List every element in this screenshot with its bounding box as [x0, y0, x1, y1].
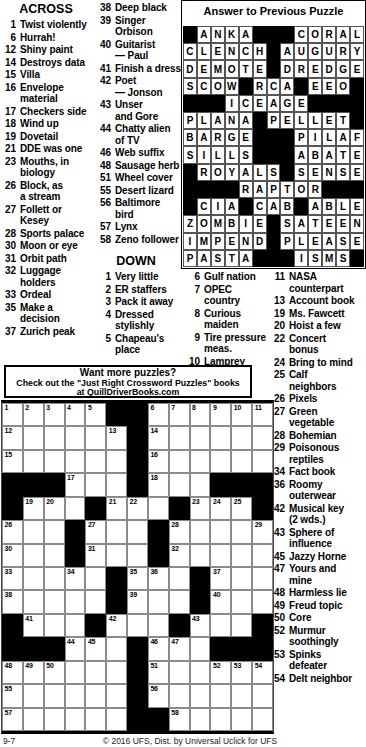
grid-cell-r11c11 [210, 637, 231, 660]
grid-cell-r12c9[interactable] [169, 661, 190, 684]
grid-cell-r10c12[interactable] [231, 614, 252, 637]
answer-cell-r13c5: N [239, 233, 253, 250]
grid-cell-r9c1[interactable]: 38 [2, 590, 23, 613]
grid-cell-r10c7[interactable] [127, 614, 148, 637]
cell-number-18: 18 [150, 474, 157, 482]
cell-number-45: 45 [88, 638, 95, 646]
cell-number-10: 10 [234, 404, 241, 412]
clue-down-right-26: 26Pixels [271, 393, 366, 405]
grid-cell-r9c3[interactable] [44, 590, 65, 613]
grid-cell-r4c4[interactable]: 17 [65, 473, 86, 496]
answer-cell-r6c6 [253, 112, 267, 129]
grid-cell-r10c6[interactable]: 42 [106, 614, 127, 637]
grid-cell-r14c8 [148, 708, 169, 731]
grid-cell-r12c8[interactable]: 51 [148, 661, 169, 684]
answer-cell-r13c6: D [253, 233, 267, 250]
clue-text: Finish a dress [115, 63, 181, 75]
clue-across-continued-38: 38Deep black [97, 2, 181, 14]
grid-cell-r14c5[interactable] [85, 708, 106, 731]
clue-text: Lynx [115, 221, 181, 233]
grid-cell-r13c4[interactable] [65, 684, 86, 707]
grid-cell-r10c3[interactable] [44, 614, 65, 637]
answer-cell-r13c9: L [294, 233, 308, 250]
grid-cell-r12c12[interactable]: 53 [231, 661, 252, 684]
answer-cell-r3c2: E [197, 60, 211, 77]
grid-cell-r2c6[interactable]: 13 [106, 426, 127, 449]
grid-cell-r5c12[interactable]: 25 [231, 497, 252, 520]
grid-cell-r3c13[interactable] [252, 450, 273, 473]
answer-cell-r7c1: B [183, 129, 197, 146]
grid-cell-r9c5[interactable] [85, 590, 106, 613]
grid-cell-r8c13[interactable] [252, 567, 273, 590]
main-crossword-grid[interactable]: 1234567891011121314151617181920212223242… [1, 400, 274, 734]
answer-cell-r2c1: C [183, 43, 197, 60]
grid-cell-r3c8[interactable]: 16 [148, 450, 169, 473]
grid-cell-r13c7 [127, 684, 148, 707]
grid-cell-r14c9[interactable]: 58 [169, 708, 190, 731]
grid-cell-r9c4[interactable] [65, 590, 86, 613]
clue-number: 8 [186, 308, 200, 331]
grid-cell-r3c1[interactable]: 15 [2, 450, 23, 473]
grid-cell-r14c1[interactable]: 57 [2, 708, 23, 731]
grid-cell-r7c6[interactable] [106, 544, 127, 567]
grid-cell-r11c4[interactable]: 44 [65, 637, 86, 660]
grid-cell-r14c10[interactable] [190, 708, 211, 731]
clue-text: Shiny paint [20, 44, 96, 56]
grid-cell-r3c7 [127, 450, 148, 473]
cell-number-42: 42 [109, 615, 116, 623]
grid-cell-r13c3[interactable] [44, 684, 65, 707]
clue-text: Checkers side [20, 106, 96, 118]
clue-down-right-28: 28Bohemian [271, 430, 366, 442]
grid-cell-r8c4[interactable]: 34 [65, 567, 86, 590]
grid-cell-r2c2[interactable] [23, 426, 44, 449]
answer-cell-r4c11: E [322, 78, 336, 95]
clue-number: 21 [2, 143, 16, 155]
grid-cell-r10c5 [85, 614, 106, 637]
answer-cell-r2c9: U [294, 43, 308, 60]
clue-number: 6 [2, 32, 16, 44]
clue-text: Pixels [289, 393, 366, 405]
grid-cell-r12c1[interactable]: 48 [2, 661, 23, 684]
cell-number-58: 58 [171, 709, 178, 717]
grid-cell-r9c2[interactable] [23, 590, 44, 613]
grid-cell-r6c5[interactable]: 27 [85, 520, 106, 543]
grid-cell-r7c13[interactable] [252, 544, 273, 567]
grid-cell-r9c9[interactable] [169, 590, 190, 613]
cell-number-40: 40 [213, 591, 220, 599]
answer-cell-r1c12: A [336, 26, 350, 43]
grid-cell-r12c3[interactable]: 50 [44, 661, 65, 684]
clue-down-right-43: 43Sphere of influence [271, 527, 366, 550]
grid-cell-r11c9[interactable]: 47 [169, 637, 190, 660]
answer-cell-r14c10: S [308, 250, 322, 267]
answer-cell-r8c1: S [183, 146, 197, 163]
grid-cell-r5c11[interactable]: 24 [210, 497, 231, 520]
clue-text: Wheel cover [115, 172, 181, 184]
grid-cell-r11c8[interactable]: 46 [148, 637, 169, 660]
grid-cell-r12c11[interactable]: 52 [210, 661, 231, 684]
grid-cell-r3c12[interactable] [231, 450, 252, 473]
grid-cell-r1c1[interactable]: 1 [2, 403, 23, 426]
cell-number-47: 47 [171, 638, 178, 646]
answer-cell-r11c4: A [225, 198, 239, 215]
answer-cell-r6c11: E [322, 112, 336, 129]
grid-cell-r5c9 [169, 497, 190, 520]
grid-cell-r13c1[interactable]: 55 [2, 684, 23, 707]
grid-cell-r11c3 [44, 637, 65, 660]
answer-cell-r3c1: D [183, 60, 197, 77]
answer-cell-r7c5: E [239, 129, 253, 146]
answer-cell-r7c3: R [211, 129, 225, 146]
clue-across-continued-41: 41Finish a dress [97, 63, 181, 75]
grid-cell-r8c3[interactable] [44, 567, 65, 590]
grid-cell-r8c11[interactable]: 37 [210, 567, 231, 590]
grid-cell-r1c11[interactable]: 9 [210, 403, 231, 426]
grid-cell-r7c3[interactable] [44, 544, 65, 567]
grid-cell-r5c13 [252, 497, 273, 520]
clue-across-continued-46: 46Web suffix [97, 147, 181, 159]
grid-cell-r1c10[interactable]: 8 [190, 403, 211, 426]
answer-cell-r13c1: I [183, 233, 197, 250]
grid-cell-r14c13[interactable] [252, 708, 273, 731]
grid-cell-r6c2[interactable] [23, 520, 44, 543]
grid-cell-r9c11[interactable]: 40 [210, 590, 231, 613]
answer-cell-r4c12: O [336, 78, 350, 95]
clue-across-37: 37Zurich peak [2, 326, 96, 338]
grid-cell-r2c9[interactable] [169, 426, 190, 449]
answer-cell-r5c1 [183, 95, 197, 112]
clue-number: 22 [271, 333, 285, 356]
clue-text: Sausage herb [115, 160, 181, 172]
cell-number-28: 28 [171, 521, 178, 529]
grid-cell-r7c12[interactable] [231, 544, 252, 567]
grid-cell-r2c8[interactable]: 14 [148, 426, 169, 449]
answer-cell-r8c4: L [225, 146, 239, 163]
grid-cell-r5c4[interactable] [65, 497, 86, 520]
grid-cell-r10c8[interactable] [148, 614, 169, 637]
cell-number-27: 27 [88, 521, 95, 529]
grid-cell-r4c13 [252, 473, 273, 496]
answer-cell-r14c12: S [336, 250, 350, 267]
grid-cell-r7c11[interactable] [210, 544, 231, 567]
cell-number-30: 30 [5, 545, 12, 553]
grid-cell-r1c3[interactable]: 3 [44, 403, 65, 426]
answer-cell-r1c4: K [225, 26, 239, 43]
clue-down-right-54: 54Delt neighbor [271, 673, 366, 685]
grid-cell-r13c13[interactable] [252, 684, 273, 707]
grid-cell-r3c4[interactable] [65, 450, 86, 473]
grid-cell-r5c3[interactable]: 20 [44, 497, 65, 520]
grid-cell-r2c13[interactable] [252, 426, 273, 449]
grid-cell-r1c8[interactable]: 6 [148, 403, 169, 426]
clue-text: Zurich peak [20, 326, 96, 338]
grid-cell-r12c5[interactable] [85, 661, 106, 684]
answer-cell-r8c3: L [211, 146, 225, 163]
grid-cell-r5c7[interactable]: 22 [127, 497, 148, 520]
clue-across-continued-5: 5Chapeau's place [97, 333, 181, 356]
answer-cell-r2c13: Y [350, 43, 364, 60]
clue-down-right-27: 27Green vegetable [271, 406, 366, 429]
clue-number: 9 [186, 332, 200, 355]
answer-cell-r4c13 [350, 78, 364, 95]
grid-cell-r7c5[interactable]: 31 [85, 544, 106, 567]
clue-text: Ms. Fawcett [289, 308, 366, 320]
answer-cell-r10c10: R [308, 181, 322, 198]
cell-number-55: 55 [5, 685, 12, 693]
grid-cell-r8c1[interactable]: 33 [2, 567, 23, 590]
answer-cell-r14c8 [280, 250, 294, 267]
grid-cell-r3c3[interactable] [44, 450, 65, 473]
grid-cell-r3c2[interactable] [23, 450, 44, 473]
grid-cell-r7c9[interactable]: 32 [169, 544, 190, 567]
clue-text: NASA counterpart [289, 271, 366, 294]
grid-cell-r13c2[interactable] [23, 684, 44, 707]
grid-cell-r5c10[interactable]: 23 [190, 497, 211, 520]
clue-number: 5 [97, 333, 111, 356]
cell-number-44: 44 [67, 638, 74, 646]
clue-down-right-25: 25Calf neighbors [271, 369, 366, 392]
grid-cell-r10c9 [169, 614, 190, 637]
grid-cell-r12c2[interactable]: 49 [23, 661, 44, 684]
answer-cell-r14c13 [350, 250, 364, 267]
grid-cell-r2c11[interactable] [210, 426, 231, 449]
clue-across-continued-43: 43Unser and Gore [97, 99, 181, 122]
grid-cell-r4c5[interactable] [85, 473, 106, 496]
grid-cell-r3c11[interactable] [210, 450, 231, 473]
clue-across-continued-4: 4Dressed stylishly [97, 309, 181, 332]
clue-text: Destroys data [20, 57, 96, 69]
grid-cell-r3c5[interactable] [85, 450, 106, 473]
answer-cell-r5c2 [197, 95, 211, 112]
grid-cell-r8c8[interactable]: 36 [148, 567, 169, 590]
answer-cell-r2c12: R [336, 43, 350, 60]
grid-cell-r6c10[interactable] [190, 520, 211, 543]
answer-cell-r13c8: P [280, 233, 294, 250]
answer-cell-r10c5: R [239, 181, 253, 198]
clue-across-14: 14Destroys data [2, 57, 96, 69]
cell-number-11: 11 [255, 404, 262, 412]
grid-cell-r10c10[interactable]: 43 [190, 614, 211, 637]
clue-number: 37 [2, 326, 16, 338]
grid-cell-r6c1[interactable]: 26 [2, 520, 23, 543]
clue-text: Concert bonus [289, 333, 366, 356]
clue-number: 1 [97, 271, 111, 283]
grid-cell-r1c5[interactable]: 5 [85, 403, 106, 426]
grid-cell-r6c11[interactable] [210, 520, 231, 543]
grid-cell-r12c4[interactable] [65, 661, 86, 684]
answer-cell-r6c5: A [239, 112, 253, 129]
answer-cell-r10c2 [197, 181, 211, 198]
answer-cell-r7c7 [267, 129, 281, 146]
grid-cell-r12c13[interactable]: 54 [252, 661, 273, 684]
grid-cell-r13c10[interactable] [190, 684, 211, 707]
grid-cell-r14c4[interactable] [65, 708, 86, 731]
grid-cell-r7c1[interactable]: 30 [2, 544, 23, 567]
answer-cell-r11c13: E [350, 198, 364, 215]
clue-text: OPEC country [204, 284, 270, 307]
answer-to-previous-puzzle-box: Answer to Previous Puzzle ANKACORALCLENC… [181, 0, 366, 269]
cell-number-15: 15 [5, 451, 12, 459]
grid-cell-r4c8[interactable]: 18 [148, 473, 169, 496]
grid-cell-r9c8[interactable] [148, 590, 169, 613]
across-clues-column: ACROSS1Twist violently6Hurrah!12Shiny pa… [2, 2, 96, 338]
clue-across-continued-48: 48Sausage herb [97, 160, 181, 172]
answer-cell-r12c2: O [197, 215, 211, 232]
grid-cell-r5c6[interactable]: 21 [106, 497, 127, 520]
grid-cell-r13c8[interactable]: 56 [148, 684, 169, 707]
clue-across-33: 33Ordeal [2, 289, 96, 301]
clue-down-right-22: 22Concert bonus [271, 333, 366, 356]
clue-text: Core [289, 612, 366, 624]
clue-number: 58 [97, 234, 111, 246]
grid-cell-r12c6[interactable] [106, 661, 127, 684]
clue-across-27: 27Follett or Kesey [2, 204, 96, 227]
answer-cell-r9c4: Y [225, 164, 239, 181]
clue-number: 15 [2, 69, 16, 81]
grid-cell-r4c10[interactable] [190, 473, 211, 496]
grid-cell-r10c2[interactable]: 41 [23, 614, 44, 637]
grid-cell-r7c4 [65, 544, 86, 567]
answer-cell-r9c2: R [197, 164, 211, 181]
grid-cell-r9c7[interactable]: 39 [127, 590, 148, 613]
answer-cell-r11c6: C [253, 198, 267, 215]
grid-cell-r2c7 [127, 426, 148, 449]
grid-cell-r3c6[interactable] [106, 450, 127, 473]
answer-cell-r13c4: E [225, 233, 239, 250]
answer-cell-r6c2: L [197, 112, 211, 129]
grid-cell-r8c12[interactable] [231, 567, 252, 590]
answer-cell-r9c13: E [350, 164, 364, 181]
grid-cell-r7c2[interactable] [23, 544, 44, 567]
answer-cell-r11c11: B [322, 198, 336, 215]
grid-cell-r6c7[interactable] [127, 520, 148, 543]
grid-cell-r2c3[interactable] [44, 426, 65, 449]
grid-cell-r9c12[interactable] [231, 590, 252, 613]
grid-cell-r6c12[interactable] [231, 520, 252, 543]
clue-text: Curious maiden [204, 308, 270, 331]
clue-across-1: 1Twist violently [2, 19, 96, 31]
cell-number-9: 9 [213, 404, 217, 412]
grid-cell-r3c10[interactable] [190, 450, 211, 473]
grid-cell-r11c6[interactable] [106, 637, 127, 660]
cell-number-29: 29 [255, 521, 262, 529]
grid-cell-r2c12[interactable] [231, 426, 252, 449]
grid-cell-r13c6[interactable] [106, 684, 127, 707]
answer-cell-r12c4: B [225, 215, 239, 232]
answer-cell-r4c1: S [183, 78, 197, 95]
grid-cell-r2c4[interactable] [65, 426, 86, 449]
grid-cell-r1c9[interactable]: 7 [169, 403, 190, 426]
grid-cell-r13c11[interactable] [210, 684, 231, 707]
grid-cell-r10c4[interactable] [65, 614, 86, 637]
answer-cell-r8c6 [253, 146, 267, 163]
grid-cell-r13c9[interactable] [169, 684, 190, 707]
grid-cell-r14c3[interactable] [44, 708, 65, 731]
answer-cell-r13c10: E [308, 233, 322, 250]
grid-cell-r8c9[interactable] [169, 567, 190, 590]
clue-text: Hurrah! [20, 32, 96, 44]
grid-cell-r4c2 [23, 473, 44, 496]
answer-cell-r8c11: A [322, 146, 336, 163]
clue-text: Poisonous reptiles [289, 442, 366, 465]
grid-cell-r10c11[interactable] [210, 614, 231, 637]
clue-text: Follett or Kesey [20, 204, 96, 227]
grid-cell-r4c9[interactable] [169, 473, 190, 496]
grid-cell-r12c10[interactable] [190, 661, 211, 684]
grid-cell-r1c4[interactable]: 4 [65, 403, 86, 426]
grid-cell-r1c13[interactable]: 11 [252, 403, 273, 426]
grid-cell-r2c5[interactable] [85, 426, 106, 449]
answer-cell-r9c12: S [336, 164, 350, 181]
grid-cell-r1c12[interactable]: 10 [231, 403, 252, 426]
grid-cell-r1c2[interactable]: 2 [23, 403, 44, 426]
grid-cell-r7c10[interactable] [190, 544, 211, 567]
clue-number: 42 [97, 75, 111, 98]
grid-cell-r2c1[interactable]: 12 [2, 426, 23, 449]
answer-cell-r8c10: B [308, 146, 322, 163]
answer-cell-r3c4: O [225, 60, 239, 77]
grid-cell-r11c10[interactable] [190, 637, 211, 660]
clue-text: Envelope material [20, 82, 96, 105]
grid-cell-r14c12[interactable] [231, 708, 252, 731]
grid-cell-r6c9[interactable]: 28 [169, 520, 190, 543]
grid-cell-r11c5[interactable]: 45 [85, 637, 106, 660]
clue-number: 25 [271, 369, 285, 392]
grid-cell-r5c2[interactable]: 19 [23, 497, 44, 520]
answer-cell-r5c10 [308, 95, 322, 112]
clue-across-26: 26Block, as a stream [2, 180, 96, 203]
answer-cell-r10c12 [336, 181, 350, 198]
grid-cell-r4c6[interactable] [106, 473, 127, 496]
grid-cell-r7c7[interactable] [127, 544, 148, 567]
answer-cell-r11c2: C [197, 198, 211, 215]
cell-number-52: 52 [213, 662, 220, 670]
clue-down-left-8: 8Curious maiden [186, 308, 270, 331]
grid-cell-r14c11[interactable] [210, 708, 231, 731]
answer-cell-r14c3: S [211, 250, 225, 267]
clue-number: 56 [97, 197, 111, 220]
grid-cell-r13c12[interactable] [231, 684, 252, 707]
cell-number-36: 36 [150, 568, 157, 576]
answer-cell-r6c8: E [280, 112, 294, 129]
answer-cell-r12c5: I [239, 215, 253, 232]
grid-cell-r8c5[interactable] [85, 567, 106, 590]
answer-cell-r11c8: B [280, 198, 294, 215]
grid-cell-r14c6[interactable] [106, 708, 127, 731]
grid-cell-r3c9[interactable] [169, 450, 190, 473]
grid-cell-r13c5[interactable] [85, 684, 106, 707]
grid-cell-r8c7[interactable]: 35 [127, 567, 148, 590]
grid-cell-r14c2[interactable] [23, 708, 44, 731]
grid-cell-r6c3[interactable] [44, 520, 65, 543]
grid-cell-r6c6[interactable] [106, 520, 127, 543]
clue-text: Villa [20, 69, 96, 81]
grid-cell-r4c11 [210, 473, 231, 496]
answer-cell-r12c9: A [294, 215, 308, 232]
answer-cell-r10c3 [211, 181, 225, 198]
clue-number: 18 [2, 118, 16, 130]
grid-cell-r6c13[interactable]: 29 [252, 520, 273, 543]
answer-cell-r1c5: A [239, 26, 253, 43]
clue-across-continued-57: 57Lynx [97, 221, 181, 233]
grid-cell-r8c2[interactable] [23, 567, 44, 590]
grid-cell-r5c8[interactable] [148, 497, 169, 520]
grid-cell-r9c13[interactable] [252, 590, 273, 613]
cell-number-39: 39 [130, 591, 137, 599]
grid-cell-r2c10[interactable] [190, 426, 211, 449]
promo-line-3: at QuillDriverBooks.com [6, 388, 250, 398]
